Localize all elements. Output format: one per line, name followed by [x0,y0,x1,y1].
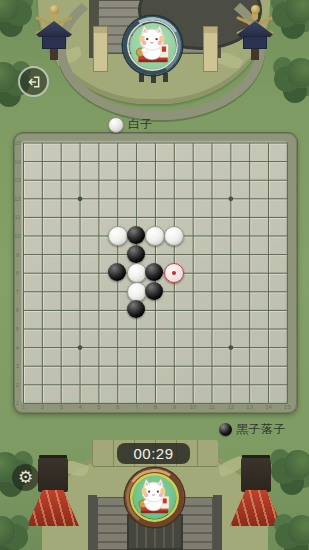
gear-icon: ⚙ [18,469,33,486]
player-avatar-bottom[interactable] [125,468,184,527]
white-stone-icon [108,117,124,133]
bush [0,62,18,92]
bush [0,0,20,22]
white-player-label: 白子 [108,116,153,133]
hanging-banner-left [93,26,108,72]
timer-text: 00:29 [133,445,173,462]
game-screen: 白子 1514131211109876543211234567891011121… [0,0,309,550]
turn-indicator: 黑子落子 [219,421,286,438]
avatar-cat-image [130,23,176,69]
back-button[interactable] [18,66,49,97]
maneki-neko-cat-icon [130,23,176,69]
gomoku-board: 1514131211109876543211234567891011121314… [13,132,298,414]
bush [287,515,309,545]
maneki-neko-cat-icon [133,476,176,519]
board-grid [21,140,288,404]
board-field[interactable] [21,140,288,404]
black-stone-icon [219,423,232,436]
lantern-shrine-right [233,8,277,60]
bush [286,58,309,88]
wood-stand-right [241,458,271,492]
player-avatar-top[interactable] [123,16,182,75]
lantern-shrine-left [32,8,76,60]
bush [283,450,309,480]
back-arrow-icon [26,74,42,90]
avatar-stand [139,73,144,82]
wood-stand-left [38,458,68,492]
move-timer: 00:29 [117,443,190,464]
avatar-cat-image [133,476,176,519]
turn-label-text: 黑子落子 [236,421,286,438]
white-label-text: 白子 [128,116,153,133]
bush [0,516,16,546]
bush [284,0,309,24]
hanging-banner-right [203,26,218,72]
settings-button[interactable]: ⚙ [12,464,39,491]
